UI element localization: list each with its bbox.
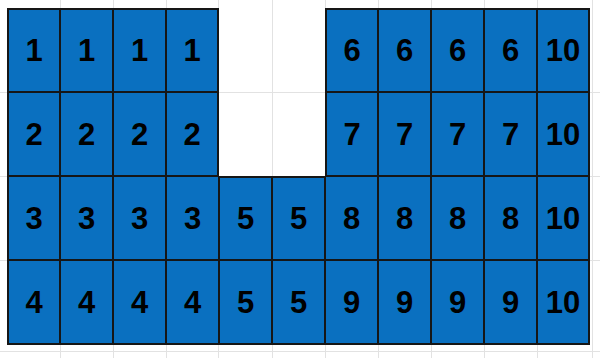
cell-r3c5: 5 (219, 176, 272, 260)
cell-r2c4: 2 (166, 92, 219, 176)
cell-r3c6: 5 (272, 176, 325, 260)
cell-r2c10: 7 (484, 92, 537, 176)
cell-r1c8: 6 (378, 8, 431, 92)
empty-cell-r2c6 (272, 92, 325, 176)
cell-r1c3: 1 (113, 8, 166, 92)
cell-r1c9: 6 (431, 8, 484, 92)
cell-r1c10: 6 (484, 8, 537, 92)
cell-r2c9: 7 (431, 92, 484, 176)
cell-r3c4: 3 (166, 176, 219, 260)
sheet-gridline-h (0, 351, 600, 352)
cell-r3c8: 8 (378, 176, 431, 260)
cell-r1c7: 6 (325, 8, 378, 92)
empty-cell-r1c5 (219, 8, 272, 92)
cell-r1c4: 1 (166, 8, 219, 92)
cell-r4c2: 4 (60, 260, 113, 345)
cell-r3c10: 8 (484, 176, 537, 260)
cell-r4c1: 4 (7, 260, 60, 345)
cell-r4c6: 5 (272, 260, 325, 345)
cell-r4c4: 4 (166, 260, 219, 345)
cell-r4c5: 5 (219, 260, 272, 345)
cell-r4c7: 9 (325, 260, 378, 345)
cell-r4c3: 4 (113, 260, 166, 345)
cell-r2c3: 2 (113, 92, 166, 176)
cell-r3c1: 3 (7, 176, 60, 260)
cell-r2c7: 7 (325, 92, 378, 176)
empty-cell-r1c6 (272, 8, 325, 92)
cell-r4c9: 9 (431, 260, 484, 345)
spreadsheet-canvas: 1 1 1 1 6 6 6 6 10 2 2 2 2 7 7 7 7 10 3 … (0, 0, 600, 358)
cell-r3c2: 3 (60, 176, 113, 260)
sheet-gridline-v (592, 0, 593, 358)
cell-r3c11: 10 (537, 176, 590, 260)
cell-r2c11: 10 (537, 92, 590, 176)
empty-cell-r2c5 (219, 92, 272, 176)
cell-r4c8: 9 (378, 260, 431, 345)
cell-r1c1: 1 (7, 8, 60, 92)
cell-r1c11: 10 (537, 8, 590, 92)
cell-r2c1: 2 (7, 92, 60, 176)
cell-r4c11: 10 (537, 260, 590, 345)
cell-r3c7: 8 (325, 176, 378, 260)
cell-r2c2: 2 (60, 92, 113, 176)
cell-r2c8: 7 (378, 92, 431, 176)
cell-r4c10: 9 (484, 260, 537, 345)
cell-r3c9: 8 (431, 176, 484, 260)
cell-r1c2: 1 (60, 8, 113, 92)
cell-r3c3: 3 (113, 176, 166, 260)
number-grid-board: 1 1 1 1 6 6 6 6 10 2 2 2 2 7 7 7 7 10 3 … (7, 8, 590, 345)
